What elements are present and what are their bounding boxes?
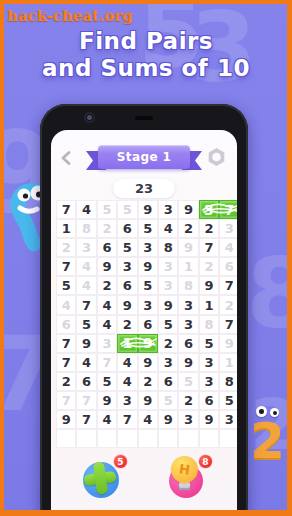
grid-cell-r7c4[interactable]: 2 [117, 315, 137, 334]
grid-cell-r5c8[interactable]: 9 [199, 276, 219, 295]
grid-cell-r13c9 [219, 429, 237, 448]
grid-cell-r2c2: 8 [76, 219, 96, 238]
grid-cell-r9c7[interactable]: 9 [178, 353, 198, 372]
grid-cell-r13c5 [138, 429, 158, 448]
grid-cell-r2c6[interactable]: 4 [158, 219, 178, 238]
grid-cell-r5c9[interactable]: 7 [219, 276, 237, 295]
grid-cell-r10c6[interactable]: 6 [158, 372, 178, 391]
grid-cell-r10c1[interactable]: 2 [56, 372, 76, 391]
grid-cell-r13c1 [56, 429, 76, 448]
moves-counter-value: 23 [135, 181, 153, 196]
grid-cell-r13c7 [178, 429, 198, 448]
grid-cell-r7c6[interactable]: 5 [158, 315, 178, 334]
grid-cell-r6c2[interactable]: 7 [76, 295, 96, 314]
title-line-1: Find Pairs [0, 28, 292, 55]
grid-cell-r6c9: 2 [219, 295, 237, 314]
grid-cell-r10c4[interactable]: 4 [117, 372, 137, 391]
grid-cell-r4c1[interactable]: 7 [56, 257, 76, 276]
game-screen: Stage 1 23 74559393718265422323653897474… [51, 130, 237, 516]
grid-cell-r8c4[interactable]: 1 [117, 334, 137, 353]
grid-cell-r3c8[interactable]: 7 [199, 238, 219, 257]
bulb-screw [179, 482, 190, 490]
grid-cell-r7c8: 8 [199, 315, 219, 334]
grid-cell-r12c2[interactable]: 7 [76, 410, 96, 429]
grid-cell-r2c1[interactable]: 1 [56, 219, 76, 238]
page-title: Find Pairs and Sums of 10 [0, 28, 292, 82]
grid-cell-r12c8[interactable]: 9 [199, 410, 219, 429]
grid-cell-r3c4[interactable]: 5 [117, 238, 137, 257]
grid-cell-r2c7[interactable]: 2 [178, 219, 198, 238]
grid-cell-r7c1: 6 [56, 315, 76, 334]
grid-cell-r11c2: 7 [76, 391, 96, 410]
grid-cell-r13c4 [117, 429, 137, 448]
grid-cell-r4c4[interactable]: 3 [117, 257, 137, 276]
phone-camera-icon [84, 112, 95, 123]
grid-cell-r4c6: 3 [158, 257, 178, 276]
grid-cell-r1c4: 5 [117, 200, 137, 219]
grid-cell-r5c5[interactable]: 5 [138, 276, 158, 295]
grid-cell-r10c8[interactable]: 3 [199, 372, 219, 391]
frame-border-left [0, 0, 4, 516]
grid-cell-r13c3 [97, 429, 117, 448]
title-line-2: and Sums of 10 [0, 55, 292, 82]
grid-cell-r8c7[interactable]: 6 [178, 334, 198, 353]
grid-cell-r6c7[interactable]: 3 [178, 295, 198, 314]
phone-mockup: Stage 1 23 74559393718265422323653897474… [40, 104, 248, 516]
grid-cell-r10c7: 5 [178, 372, 198, 391]
grid-cell-r8c6[interactable]: 2 [158, 334, 178, 353]
frame-border-top [0, 0, 292, 4]
grid-cell-r1c1[interactable]: 7 [56, 200, 76, 219]
grid-cell-r6c5[interactable]: 3 [138, 295, 158, 314]
grid-cell-r5c7: 8 [178, 276, 198, 295]
grid-cell-r4c5[interactable]: 9 [138, 257, 158, 276]
grid-cell-r3c6[interactable]: 8 [158, 238, 178, 257]
grid-cell-r9c8[interactable]: 3 [199, 353, 219, 372]
grid-cell-r1c5[interactable]: 9 [138, 200, 158, 219]
grid-cell-r13c2 [76, 429, 96, 448]
phone-speaker [135, 116, 153, 120]
stage-label: Stage 1 [98, 145, 190, 169]
grid-cell-r7c3[interactable]: 4 [97, 315, 117, 334]
grid-cell-r11c6: 5 [158, 391, 178, 410]
grid-cell-r8c9: 9 [219, 334, 237, 353]
back-button[interactable] [59, 150, 75, 166]
grid-cell-r11c1: 7 [56, 391, 76, 410]
grid-cell-r4c9: 6 [219, 257, 237, 276]
hint-letter: H [178, 461, 191, 477]
grid-cell-r3c5[interactable]: 3 [138, 238, 158, 257]
grid-cell-r4c8: 2 [199, 257, 219, 276]
grid-cell-r9c6[interactable]: 3 [158, 353, 178, 372]
grid-cell-r3c2: 3 [76, 238, 96, 257]
grid-cell-r8c8[interactable]: 5 [199, 334, 219, 353]
grid-cell-r5c4[interactable]: 6 [117, 276, 137, 295]
grid-cell-r10c2[interactable]: 6 [76, 372, 96, 391]
grid-cell-r2c4[interactable]: 6 [117, 219, 137, 238]
chevron-left-icon [63, 153, 69, 164]
moves-counter: 23 [113, 179, 175, 198]
grid-cell-r12c1[interactable]: 9 [56, 410, 76, 429]
orange-mascot-eye-right [270, 408, 279, 417]
grid-cell-r1c7[interactable]: 9 [178, 200, 198, 219]
grid-cell-r2c3: 2 [97, 219, 117, 238]
grid-cell-r12c9[interactable]: 3 [219, 410, 237, 429]
grid-cell-r12c7[interactable]: 3 [178, 410, 198, 429]
grid-cell-r5c2: 4 [76, 276, 96, 295]
grid-cell-r1c6[interactable]: 3 [158, 200, 178, 219]
grid-cell-r11c4[interactable]: 3 [117, 391, 137, 410]
orange-mascot: 2 [248, 404, 292, 474]
grid-cell-r1c2[interactable]: 4 [76, 200, 96, 219]
orange-mascot-body: 2 [250, 416, 285, 466]
grid-cell-r9c2[interactable]: 4 [76, 353, 96, 372]
add-button-badge: 5 [113, 454, 128, 469]
grid-cell-r3c1: 2 [56, 238, 76, 257]
grid-cell-r13c8 [199, 429, 219, 448]
grid-cell-r11c8[interactable]: 6 [199, 391, 219, 410]
grid-cell-r1c8[interactable]: 3 [199, 200, 219, 219]
grid-cell-r9c4[interactable]: 4 [117, 353, 137, 372]
grid-cell-r11c5[interactable]: 9 [138, 391, 158, 410]
bg-numeral-8: 8 [246, 246, 292, 342]
stage-banner: Stage 1 [84, 145, 204, 171]
grid-cell-r10c5[interactable]: 2 [138, 372, 158, 391]
grid-cell-r1c3: 5 [97, 200, 117, 219]
add-badge-count: 5 [117, 457, 123, 467]
grid-cell-r11c3[interactable]: 9 [97, 391, 117, 410]
grid-cell-r3c9: 4 [219, 238, 237, 257]
grid-cell-r5c3[interactable]: 2 [97, 276, 117, 295]
hint-button[interactable]: H 8 [167, 456, 209, 502]
grid-cell-r2c9: 3 [219, 219, 237, 238]
hint-badge-count: 8 [202, 457, 208, 467]
grid-cell-r11c7[interactable]: 2 [178, 391, 198, 410]
grid-cell-r7c2[interactable]: 5 [76, 315, 96, 334]
grid-cell-r8c5[interactable]: 9 [138, 334, 158, 353]
grid-cell-r13c6 [158, 429, 178, 448]
grid-cell-r2c5[interactable]: 5 [138, 219, 158, 238]
grid-cell-r4c2: 4 [76, 257, 96, 276]
grid-cell-r4c3[interactable]: 9 [97, 257, 117, 276]
grid-cell-r8c2[interactable]: 9 [76, 334, 96, 353]
grid-cell-r5c6: 3 [158, 276, 178, 295]
settings-button[interactable] [207, 147, 226, 167]
grid-cell-r8c3: 3 [97, 334, 117, 353]
grid-cell-r9c9: 1 [219, 353, 237, 372]
grid-cell-r3c7: 9 [178, 238, 198, 257]
grid-cell-r2c8[interactable]: 2 [199, 219, 219, 238]
grid-cell-r4c7: 1 [178, 257, 198, 276]
app-root: 5 3 9 8 7 2 Find Pairs and Sums of 10 2 [0, 0, 292, 516]
grid-cell-r6c8[interactable]: 1 [199, 295, 219, 314]
add-numbers-button[interactable]: 5 [82, 456, 124, 502]
grid-cell-r9c3: 7 [97, 353, 117, 372]
grid-cell-r5c1[interactable]: 5 [56, 276, 76, 295]
grid-cell-r6c4[interactable]: 9 [117, 295, 137, 314]
grid-cell-r12c4[interactable]: 7 [117, 410, 137, 429]
grid-cell-r12c5[interactable]: 4 [138, 410, 158, 429]
number-grid: 7455939371826542232365389747493931265426… [56, 200, 237, 448]
grid-cell-r6c3[interactable]: 4 [97, 295, 117, 314]
grid-cell-r12c3[interactable]: 4 [97, 410, 117, 429]
grid-cell-r7c9[interactable]: 7 [219, 315, 237, 334]
grid-cell-r6c6[interactable]: 9 [158, 295, 178, 314]
orange-mascot-eye-left [256, 406, 267, 417]
grid-cell-r9c1[interactable]: 7 [56, 353, 76, 372]
grid-cell-r7c5[interactable]: 6 [138, 315, 158, 334]
grid-cell-r12c6[interactable]: 9 [158, 410, 178, 429]
grid-cell-r10c9[interactable]: 8 [219, 372, 237, 391]
frame-border-right [287, 0, 292, 516]
grid-cell-r7c7[interactable]: 3 [178, 315, 198, 334]
watermark-text: hack-cheat.org [7, 7, 133, 25]
lightbulb-icon: H [171, 456, 198, 483]
grid-cell-r1c9[interactable]: 7 [219, 200, 237, 219]
hint-button-badge: 8 [198, 454, 213, 469]
frame-border-bottom [0, 510, 292, 516]
grid-cell-r9c5[interactable]: 9 [138, 353, 158, 372]
grid-cell-r8c1[interactable]: 7 [56, 334, 76, 353]
grid-cell-r10c3[interactable]: 5 [97, 372, 117, 391]
grid-cell-r6c1: 4 [56, 295, 76, 314]
grid-cell-r3c3[interactable]: 6 [97, 238, 117, 257]
grid-cell-r11c9[interactable]: 5 [219, 391, 237, 410]
